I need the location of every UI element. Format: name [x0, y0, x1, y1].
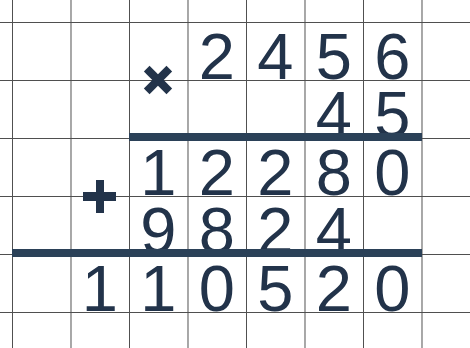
- addition-underline: [12, 249, 422, 257]
- digit-glyph: 0: [374, 256, 410, 321]
- digit-glyph: 1: [82, 256, 118, 321]
- digit-cell-r4c4: 8: [188, 196, 247, 254]
- digit-cell-r1c6: 5: [305, 22, 364, 80]
- plus-sign-icon: [83, 180, 116, 213]
- digit-cell-r3c6: 8: [305, 138, 364, 196]
- squared-paper-board: 245645122809824110520: [0, 0, 470, 348]
- digit-cell-r5c4: 0: [188, 254, 247, 312]
- digit-cell-r5c5: 5: [246, 254, 305, 312]
- digit-cell-r5c6: 2: [305, 254, 364, 312]
- plus-sign-stroke: [96, 180, 105, 213]
- digit-cell-r5c3: 1: [129, 254, 188, 312]
- digit-cell-r4c6: 4: [305, 196, 364, 254]
- digit-cell-r5c2: 1: [71, 254, 130, 312]
- digit-cell-r3c7: 0: [363, 138, 422, 196]
- times-sign-icon: [144, 66, 172, 94]
- digit-cell-r4c5: 2: [246, 196, 305, 254]
- digit-cell-r5c7: 0: [363, 254, 422, 312]
- digit-glyph: 2: [199, 24, 235, 89]
- digit-glyph: 1: [140, 256, 176, 321]
- digit-cell-r2c6: 4: [305, 80, 364, 138]
- digit-cell-r2c7: 5: [363, 80, 422, 138]
- digit-glyph: 5: [257, 256, 293, 321]
- digit-glyph: 4: [257, 24, 293, 89]
- digit-cell-r3c5: 2: [246, 138, 305, 196]
- digit-cell-r3c3: 1: [129, 138, 188, 196]
- digit-glyph: 0: [374, 140, 410, 205]
- digit-glyph: 0: [199, 256, 235, 321]
- multiplier-underline: [129, 133, 422, 141]
- digit-cell-r1c5: 4: [246, 22, 305, 80]
- digit-cell-r1c4: 2: [188, 22, 247, 80]
- digit-glyph: 2: [316, 256, 352, 321]
- digit-cell-r1c7: 6: [363, 22, 422, 80]
- digit-cell-r3c4: 2: [188, 138, 247, 196]
- digit-cell-r4c3: 9: [129, 196, 188, 254]
